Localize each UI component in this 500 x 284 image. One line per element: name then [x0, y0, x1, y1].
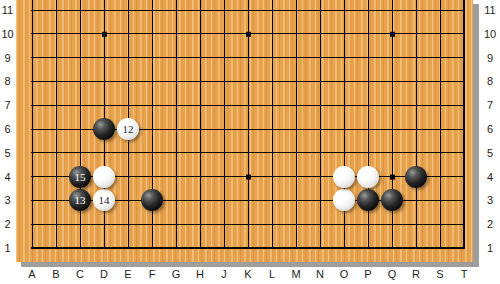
row-label-left-3: 3	[0, 192, 15, 208]
row-label-left-1: 1	[0, 240, 15, 256]
star-point	[246, 175, 251, 180]
go-stone-white-o4	[333, 166, 355, 188]
move-number-label: 14	[99, 194, 110, 206]
column-label-e: E	[116, 266, 140, 282]
column-label-p: P	[356, 266, 380, 282]
column-label-f: F	[140, 266, 164, 282]
star-point	[102, 32, 107, 37]
column-label-k: K	[236, 266, 260, 282]
row-label-right-2: 2	[480, 216, 500, 232]
star-point	[246, 32, 251, 37]
board-grid	[16, 0, 473, 262]
column-label-b: B	[44, 266, 68, 282]
column-label-t: T	[452, 266, 476, 282]
board-shadow-right	[473, 4, 479, 267]
go-stone-black-d6	[93, 118, 115, 140]
column-label-r: R	[404, 266, 428, 282]
go-stone-black-c4: 15	[69, 166, 91, 188]
star-point	[390, 175, 395, 180]
move-number-label: 13	[75, 194, 86, 206]
star-point	[390, 32, 395, 37]
move-number-label: 15	[75, 171, 86, 183]
column-label-a: A	[20, 266, 44, 282]
column-label-s: S	[428, 266, 452, 282]
go-stone-white-p4	[357, 166, 379, 188]
go-stone-black-r4	[405, 166, 427, 188]
move-number-label: 12	[123, 123, 134, 135]
go-board-viewport: 13151412 11223344556677889910101111ABCDE…	[0, 0, 500, 284]
column-label-h: H	[188, 266, 212, 282]
row-label-left-2: 2	[0, 216, 15, 232]
row-label-left-8: 8	[0, 73, 15, 89]
column-label-d: D	[92, 266, 116, 282]
row-label-left-11: 11	[0, 2, 15, 18]
go-stone-white-d4	[93, 166, 115, 188]
row-label-right-9: 9	[480, 50, 500, 66]
row-label-right-4: 4	[480, 169, 500, 185]
row-label-right-3: 3	[480, 192, 500, 208]
row-label-right-8: 8	[480, 73, 500, 89]
row-label-left-5: 5	[0, 145, 15, 161]
column-label-o: O	[332, 266, 356, 282]
row-label-left-7: 7	[0, 97, 15, 113]
row-label-right-10: 10	[480, 26, 500, 42]
row-label-right-6: 6	[480, 121, 500, 137]
column-label-n: N	[308, 266, 332, 282]
column-label-m: M	[284, 266, 308, 282]
row-label-right-1: 1	[480, 240, 500, 256]
row-label-left-4: 4	[0, 169, 15, 185]
go-board[interactable]: 13151412	[16, 0, 473, 262]
row-label-left-9: 9	[0, 50, 15, 66]
row-label-right-5: 5	[480, 145, 500, 161]
row-label-right-7: 7	[480, 97, 500, 113]
column-label-j: J	[212, 266, 236, 282]
row-label-left-10: 10	[0, 26, 15, 42]
row-label-right-11: 11	[480, 2, 500, 18]
column-label-q: Q	[380, 266, 404, 282]
column-label-c: C	[68, 266, 92, 282]
column-label-g: G	[164, 266, 188, 282]
row-label-left-6: 6	[0, 121, 15, 137]
column-label-l: L	[260, 266, 284, 282]
go-stone-white-e6: 12	[117, 118, 139, 140]
